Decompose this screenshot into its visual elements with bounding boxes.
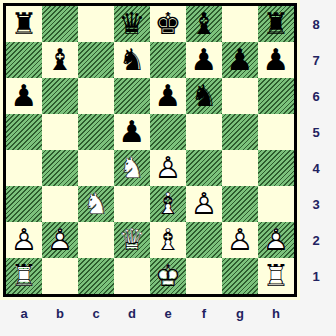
square-g2[interactable]: ♟♙ (222, 222, 258, 258)
white-bishop: ♗ (150, 222, 186, 258)
square-e8[interactable]: ♚ (150, 6, 186, 42)
black-pawn: ♟ (258, 42, 294, 78)
square-h6[interactable] (258, 78, 294, 114)
chess-diagram: ♜♛♚♝♜♝♞♟♟♟♟♟♞♟♞♘♟♙♞♘♝♗♟♙♟♙♟♙♛♕♝♗♟♙♟♙♜♖♚♔… (0, 0, 336, 336)
white-pawn: ♙ (222, 222, 258, 258)
square-b7[interactable]: ♝ (42, 42, 78, 78)
square-h1[interactable]: ♜♖ (258, 258, 294, 294)
file-label-g: g (222, 300, 258, 326)
square-e1[interactable]: ♚♔ (150, 258, 186, 294)
square-d6[interactable] (114, 78, 150, 114)
black-knight: ♞ (114, 42, 150, 78)
square-d3[interactable] (114, 186, 150, 222)
white-rook: ♖ (6, 258, 42, 294)
square-e7[interactable] (150, 42, 186, 78)
rank-label-4: 4 (301, 150, 331, 186)
square-d5[interactable]: ♟ (114, 114, 150, 150)
white-king-fill: ♚ (150, 258, 186, 294)
white-pawn-fill: ♟ (186, 186, 222, 222)
square-f7[interactable]: ♟ (186, 42, 222, 78)
white-knight: ♘ (114, 150, 150, 186)
rank-label-8: 8 (301, 6, 331, 42)
black-pawn: ♟ (222, 42, 258, 78)
white-queen: ♕ (114, 222, 150, 258)
square-a8[interactable]: ♜ (6, 6, 42, 42)
square-c8[interactable] (78, 6, 114, 42)
square-b2[interactable]: ♟♙ (42, 222, 78, 258)
rank-label-1: 1 (301, 258, 331, 294)
file-label-e: e (150, 300, 186, 326)
square-a6[interactable]: ♟ (6, 78, 42, 114)
white-queen-fill: ♛ (114, 222, 150, 258)
square-h5[interactable] (258, 114, 294, 150)
white-rook: ♖ (258, 258, 294, 294)
white-knight-fill: ♞ (114, 150, 150, 186)
black-pawn: ♟ (186, 42, 222, 78)
chess-board-frame: ♜♛♚♝♜♝♞♟♟♟♟♟♞♟♞♘♟♙♞♘♝♗♟♙♟♙♟♙♛♕♝♗♟♙♟♙♜♖♚♔… (0, 0, 300, 300)
square-d2[interactable]: ♛♕ (114, 222, 150, 258)
file-label-c: c (78, 300, 114, 326)
square-g1[interactable] (222, 258, 258, 294)
square-d4[interactable]: ♞♘ (114, 150, 150, 186)
rank-labels: 87654321 (301, 6, 331, 294)
square-h3[interactable] (258, 186, 294, 222)
black-king: ♚ (150, 6, 186, 42)
square-g7[interactable]: ♟ (222, 42, 258, 78)
black-bishop: ♝ (42, 42, 78, 78)
square-h7[interactable]: ♟ (258, 42, 294, 78)
square-c3[interactable]: ♞♘ (78, 186, 114, 222)
white-pawn: ♙ (150, 150, 186, 186)
white-pawn: ♙ (258, 222, 294, 258)
white-bishop-fill: ♝ (150, 186, 186, 222)
square-b3[interactable] (42, 186, 78, 222)
square-f3[interactable]: ♟♙ (186, 186, 222, 222)
black-pawn: ♟ (150, 78, 186, 114)
square-h4[interactable] (258, 150, 294, 186)
black-bishop: ♝ (186, 6, 222, 42)
file-labels: abcdefgh (6, 300, 294, 326)
white-knight: ♘ (78, 186, 114, 222)
file-label-d: d (114, 300, 150, 326)
black-knight: ♞ (186, 78, 222, 114)
file-label-a: a (6, 300, 42, 326)
square-e2[interactable]: ♝♗ (150, 222, 186, 258)
square-c4[interactable] (78, 150, 114, 186)
white-pawn-fill: ♟ (150, 150, 186, 186)
square-g4[interactable] (222, 150, 258, 186)
white-pawn: ♙ (42, 222, 78, 258)
white-pawn: ♙ (186, 186, 222, 222)
white-king: ♔ (150, 258, 186, 294)
square-d8[interactable]: ♛ (114, 6, 150, 42)
square-b4[interactable] (42, 150, 78, 186)
square-b8[interactable] (42, 6, 78, 42)
square-h8[interactable]: ♜ (258, 6, 294, 42)
rank-label-7: 7 (301, 42, 331, 78)
square-c7[interactable] (78, 42, 114, 78)
square-g3[interactable] (222, 186, 258, 222)
white-pawn-fill: ♟ (222, 222, 258, 258)
square-c6[interactable] (78, 78, 114, 114)
square-c5[interactable] (78, 114, 114, 150)
white-pawn: ♙ (6, 222, 42, 258)
square-a7[interactable] (6, 42, 42, 78)
square-a2[interactable]: ♟♙ (6, 222, 42, 258)
square-d7[interactable]: ♞ (114, 42, 150, 78)
white-pawn-fill: ♟ (258, 222, 294, 258)
square-a4[interactable] (6, 150, 42, 186)
square-e5[interactable] (150, 114, 186, 150)
square-a1[interactable]: ♜♖ (6, 258, 42, 294)
square-a5[interactable] (6, 114, 42, 150)
rank-label-2: 2 (301, 222, 331, 258)
square-b1[interactable] (42, 258, 78, 294)
white-rook-fill: ♜ (6, 258, 42, 294)
square-e3[interactable]: ♝♗ (150, 186, 186, 222)
square-b6[interactable] (42, 78, 78, 114)
square-g5[interactable] (222, 114, 258, 150)
square-b5[interactable] (42, 114, 78, 150)
black-pawn: ♟ (114, 114, 150, 150)
rank-label-6: 6 (301, 78, 331, 114)
square-a3[interactable] (6, 186, 42, 222)
square-e4[interactable]: ♟♙ (150, 150, 186, 186)
square-f5[interactable] (186, 114, 222, 150)
square-g8[interactable] (222, 6, 258, 42)
file-label-b: b (42, 300, 78, 326)
square-f4[interactable] (186, 150, 222, 186)
square-d1[interactable] (114, 258, 150, 294)
square-h2[interactable]: ♟♙ (258, 222, 294, 258)
white-pawn-fill: ♟ (6, 222, 42, 258)
black-queen: ♛ (114, 6, 150, 42)
white-rook-fill: ♜ (258, 258, 294, 294)
black-rook: ♜ (6, 6, 42, 42)
rank-label-3: 3 (301, 186, 331, 222)
square-c2[interactable] (78, 222, 114, 258)
white-bishop-fill: ♝ (150, 222, 186, 258)
white-knight-fill: ♞ (78, 186, 114, 222)
white-bishop: ♗ (150, 186, 186, 222)
square-f8[interactable]: ♝ (186, 6, 222, 42)
file-label-h: h (258, 300, 294, 326)
rank-label-5: 5 (301, 114, 331, 150)
square-e6[interactable]: ♟ (150, 78, 186, 114)
square-f6[interactable]: ♞ (186, 78, 222, 114)
square-c1[interactable] (78, 258, 114, 294)
square-f1[interactable] (186, 258, 222, 294)
square-g6[interactable] (222, 78, 258, 114)
white-pawn-fill: ♟ (42, 222, 78, 258)
black-rook: ♜ (258, 6, 294, 42)
square-f2[interactable] (186, 222, 222, 258)
black-pawn: ♟ (6, 78, 42, 114)
file-label-f: f (186, 300, 222, 326)
chess-board: ♜♛♚♝♜♝♞♟♟♟♟♟♞♟♞♘♟♙♞♘♝♗♟♙♟♙♟♙♛♕♝♗♟♙♟♙♜♖♚♔… (3, 3, 297, 297)
